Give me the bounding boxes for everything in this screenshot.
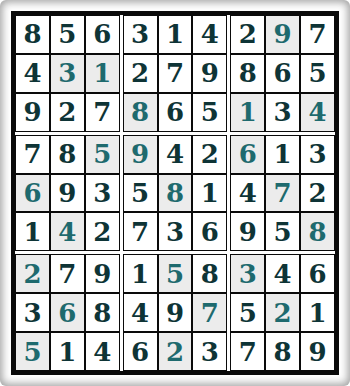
cell-r5c5[interactable]: 8 <box>158 174 193 213</box>
cell-r2c3[interactable]: 1 <box>85 54 120 93</box>
cell-r7c3[interactable]: 9 <box>85 254 120 293</box>
sudoku-frame: 8564319273142798652978651347856931429425… <box>0 0 350 386</box>
cell-r8c8[interactable]: 2 <box>265 293 300 332</box>
cell-r1c5[interactable]: 1 <box>158 15 193 54</box>
cell-r1c7[interactable]: 2 <box>230 15 265 54</box>
cell-r8c6[interactable]: 7 <box>192 293 227 332</box>
cell-r8c4[interactable]: 4 <box>123 293 158 332</box>
cell-r4c4[interactable]: 9 <box>123 135 158 174</box>
cell-r3c3[interactable]: 7 <box>85 93 120 132</box>
cell-r9c9[interactable]: 9 <box>300 332 335 371</box>
cell-r9c7[interactable]: 7 <box>230 332 265 371</box>
cell-r5c7[interactable]: 4 <box>230 174 265 213</box>
cell-r8c9[interactable]: 1 <box>300 293 335 332</box>
cell-r3c2[interactable]: 2 <box>50 93 85 132</box>
cell-r3c8[interactable]: 3 <box>265 93 300 132</box>
cell-r7c1[interactable]: 2 <box>15 254 50 293</box>
cell-r4c7[interactable]: 6 <box>230 135 265 174</box>
cell-r2c4[interactable]: 2 <box>123 54 158 93</box>
cell-r4c3[interactable]: 5 <box>85 135 120 174</box>
cell-r4c2[interactable]: 8 <box>50 135 85 174</box>
cell-r6c4[interactable]: 7 <box>123 212 158 251</box>
cell-r5c1[interactable]: 6 <box>15 174 50 213</box>
cell-r1c3[interactable]: 6 <box>85 15 120 54</box>
cell-r5c6[interactable]: 1 <box>192 174 227 213</box>
cell-r1c6[interactable]: 4 <box>192 15 227 54</box>
cell-r4c1[interactable]: 7 <box>15 135 50 174</box>
cell-r8c7[interactable]: 5 <box>230 293 265 332</box>
sudoku-box-8: 158497623 <box>123 254 228 371</box>
cell-r8c5[interactable]: 9 <box>158 293 193 332</box>
sudoku-box-4: 785693142 <box>15 135 120 252</box>
cell-r3c4[interactable]: 8 <box>123 93 158 132</box>
cell-r6c1[interactable]: 1 <box>15 212 50 251</box>
cell-r7c6[interactable]: 8 <box>192 254 227 293</box>
cell-r4c5[interactable]: 4 <box>158 135 193 174</box>
cell-r3c6[interactable]: 5 <box>192 93 227 132</box>
cell-r6c6[interactable]: 6 <box>192 212 227 251</box>
cell-r9c1[interactable]: 5 <box>15 332 50 371</box>
cell-r3c9[interactable]: 4 <box>300 93 335 132</box>
cell-r7c2[interactable]: 7 <box>50 254 85 293</box>
cell-r1c2[interactable]: 5 <box>50 15 85 54</box>
sudoku-box-2: 314279865 <box>123 15 228 132</box>
cell-r5c3[interactable]: 3 <box>85 174 120 213</box>
sudoku-box-1: 856431927 <box>15 15 120 132</box>
cell-r7c4[interactable]: 1 <box>123 254 158 293</box>
cell-r2c8[interactable]: 6 <box>265 54 300 93</box>
cell-r3c5[interactable]: 6 <box>158 93 193 132</box>
cell-r8c2[interactable]: 6 <box>50 293 85 332</box>
cell-r6c7[interactable]: 9 <box>230 212 265 251</box>
cell-r1c4[interactable]: 3 <box>123 15 158 54</box>
cell-r5c4[interactable]: 5 <box>123 174 158 213</box>
cell-r1c8[interactable]: 9 <box>265 15 300 54</box>
cell-r4c8[interactable]: 1 <box>265 135 300 174</box>
cell-r4c6[interactable]: 2 <box>192 135 227 174</box>
cell-r5c8[interactable]: 7 <box>265 174 300 213</box>
cell-r3c7[interactable]: 1 <box>230 93 265 132</box>
cell-r2c1[interactable]: 4 <box>15 54 50 93</box>
sudoku-box-5: 942581736 <box>123 135 228 252</box>
sudoku-box-9: 346521789 <box>230 254 335 371</box>
cell-r6c2[interactable]: 4 <box>50 212 85 251</box>
cell-r2c7[interactable]: 8 <box>230 54 265 93</box>
cell-r1c9[interactable]: 7 <box>300 15 335 54</box>
cell-r7c7[interactable]: 3 <box>230 254 265 293</box>
cell-r8c1[interactable]: 3 <box>15 293 50 332</box>
cell-r9c8[interactable]: 8 <box>265 332 300 371</box>
cell-r2c6[interactable]: 9 <box>192 54 227 93</box>
cell-r9c3[interactable]: 4 <box>85 332 120 371</box>
cell-r1c1[interactable]: 8 <box>15 15 50 54</box>
cell-r7c9[interactable]: 6 <box>300 254 335 293</box>
cell-r6c9[interactable]: 8 <box>300 212 335 251</box>
cell-r2c2[interactable]: 3 <box>50 54 85 93</box>
cell-r9c5[interactable]: 2 <box>158 332 193 371</box>
cell-r6c5[interactable]: 3 <box>158 212 193 251</box>
cell-r5c9[interactable]: 2 <box>300 174 335 213</box>
cell-r7c5[interactable]: 5 <box>158 254 193 293</box>
cell-r4c9[interactable]: 3 <box>300 135 335 174</box>
sudoku-box-7: 279368514 <box>15 254 120 371</box>
cell-r9c6[interactable]: 3 <box>192 332 227 371</box>
cell-r3c1[interactable]: 9 <box>15 93 50 132</box>
cell-r9c2[interactable]: 1 <box>50 332 85 371</box>
cell-r6c3[interactable]: 2 <box>85 212 120 251</box>
cell-r7c8[interactable]: 4 <box>265 254 300 293</box>
sudoku-box-6: 613472958 <box>230 135 335 252</box>
cell-r9c4[interactable]: 6 <box>123 332 158 371</box>
cell-r5c2[interactable]: 9 <box>50 174 85 213</box>
cell-r8c3[interactable]: 8 <box>85 293 120 332</box>
sudoku-board: 8564319273142798652978651347856931429425… <box>11 11 339 375</box>
cell-r2c5[interactable]: 7 <box>158 54 193 93</box>
sudoku-box-3: 297865134 <box>230 15 335 132</box>
cell-r6c8[interactable]: 5 <box>265 212 300 251</box>
cell-r2c9[interactable]: 5 <box>300 54 335 93</box>
